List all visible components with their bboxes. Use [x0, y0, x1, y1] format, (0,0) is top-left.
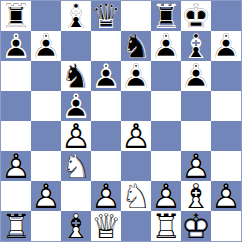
black-pawn-outline-icon: ♙: [31, 29, 61, 63]
square-h7[interactable]: ♟♙: [211, 31, 241, 61]
square-g4[interactable]: [181, 121, 211, 151]
white-queen-outline-icon: ♕: [91, 209, 121, 242]
square-e8[interactable]: [121, 1, 151, 31]
black-rook-piece: ♜: [151, 0, 181, 33]
square-a1[interactable]: ♜♖: [1, 211, 31, 241]
square-c4[interactable]: ♟♙: [61, 121, 91, 151]
white-rook-piece: ♜: [151, 209, 181, 242]
white-king-outline-icon: ♔: [181, 209, 211, 242]
black-knight-piece: ♞: [61, 59, 91, 93]
white-pawn-piece: ♟: [1, 149, 31, 183]
square-f5[interactable]: [151, 91, 181, 121]
square-g6[interactable]: ♟♙: [181, 61, 211, 91]
square-h3[interactable]: [211, 151, 241, 181]
square-c3[interactable]: ♞♘: [61, 151, 91, 181]
square-b3[interactable]: [31, 151, 61, 181]
black-pawn-piece: ♟: [31, 29, 61, 63]
white-pawn-piece: ♟: [151, 179, 181, 213]
white-pawn-piece: ♟: [91, 179, 121, 213]
black-bishop-outline-icon: ♗: [181, 29, 211, 63]
black-pawn-piece: ♟: [211, 29, 241, 63]
white-rook-outline-icon: ♖: [151, 209, 181, 242]
square-h2[interactable]: ♟♙: [211, 181, 241, 211]
white-knight-outline-icon: ♘: [121, 179, 151, 213]
square-d7[interactable]: [91, 31, 121, 61]
square-g2[interactable]: ♝♗: [181, 181, 211, 211]
black-bishop-piece: ♝: [61, 0, 91, 33]
square-d1[interactable]: ♛♕: [91, 211, 121, 241]
black-pawn-outline-icon: ♙: [151, 29, 181, 63]
square-b8[interactable]: [31, 1, 61, 31]
square-c5[interactable]: ♟♙: [61, 91, 91, 121]
square-e3[interactable]: [121, 151, 151, 181]
black-pawn-outline-icon: ♙: [121, 59, 151, 93]
square-f6[interactable]: [151, 61, 181, 91]
square-b1[interactable]: [31, 211, 61, 241]
black-rook-piece: ♜: [1, 0, 31, 33]
square-h6[interactable]: [211, 61, 241, 91]
square-e1[interactable]: [121, 211, 151, 241]
black-king-outline-icon: ♔: [181, 0, 211, 33]
square-c7[interactable]: [61, 31, 91, 61]
black-pawn-outline-icon: ♙: [1, 29, 31, 63]
square-d2[interactable]: ♟♙: [91, 181, 121, 211]
square-f8[interactable]: ♜♖: [151, 1, 181, 31]
white-queen-piece: ♛: [91, 209, 121, 242]
square-h4[interactable]: [211, 121, 241, 151]
black-knight-outline-icon: ♘: [61, 59, 91, 93]
square-d8[interactable]: ♛♕: [91, 1, 121, 31]
black-pawn-piece: ♟: [121, 59, 151, 93]
square-d6[interactable]: ♟♙: [91, 61, 121, 91]
square-a8[interactable]: ♜♖: [1, 1, 31, 31]
square-a3[interactable]: ♟♙: [1, 151, 31, 181]
white-knight-piece: ♞: [121, 179, 151, 213]
white-pawn-outline-icon: ♙: [1, 149, 31, 183]
square-a2[interactable]: [1, 181, 31, 211]
square-c2[interactable]: [61, 181, 91, 211]
black-king-piece: ♚: [181, 0, 211, 33]
square-c1[interactable]: ♝♗: [61, 211, 91, 241]
square-f3[interactable]: [151, 151, 181, 181]
black-pawn-outline-icon: ♙: [91, 59, 121, 93]
square-f7[interactable]: ♟♙: [151, 31, 181, 61]
white-bishop-outline-icon: ♗: [61, 209, 91, 242]
square-f4[interactable]: [151, 121, 181, 151]
white-pawn-outline-icon: ♙: [211, 179, 241, 213]
white-bishop-piece: ♝: [181, 179, 211, 213]
white-king-piece: ♚: [181, 209, 211, 242]
black-pawn-piece: ♟: [151, 29, 181, 63]
square-f1[interactable]: ♜♖: [151, 211, 181, 241]
square-d5[interactable]: [91, 91, 121, 121]
square-h5[interactable]: [211, 91, 241, 121]
square-g5[interactable]: [181, 91, 211, 121]
white-bishop-piece: ♝: [61, 209, 91, 242]
square-f2[interactable]: ♟♙: [151, 181, 181, 211]
white-pawn-outline-icon: ♙: [121, 119, 151, 153]
square-a4[interactable]: [1, 121, 31, 151]
white-pawn-piece: ♟: [211, 179, 241, 213]
square-g8[interactable]: ♚♔: [181, 1, 211, 31]
square-e5[interactable]: [121, 91, 151, 121]
square-a7[interactable]: ♟♙: [1, 31, 31, 61]
black-rook-outline-icon: ♖: [1, 0, 31, 33]
black-bishop-piece: ♝: [181, 29, 211, 63]
square-b7[interactable]: ♟♙: [31, 31, 61, 61]
square-b4[interactable]: [31, 121, 61, 151]
square-e2[interactable]: ♞♘: [121, 181, 151, 211]
square-b2[interactable]: ♟♙: [31, 181, 61, 211]
square-c8[interactable]: ♝♗: [61, 1, 91, 31]
black-rook-outline-icon: ♖: [151, 0, 181, 33]
white-pawn-piece: ♟: [181, 149, 211, 183]
black-pawn-outline-icon: ♙: [181, 59, 211, 93]
chess-board: ♜♖♝♗♛♕♜♖♚♔♟♙♟♙♞♘♟♙♝♗♟♙♞♘♟♙♟♙♟♙♟♙♟♙♟♙♟♙♞♘…: [0, 0, 242, 242]
black-pawn-piece: ♟: [91, 59, 121, 93]
black-pawn-piece: ♟: [61, 89, 91, 123]
black-knight-piece: ♞: [121, 29, 151, 63]
white-pawn-piece: ♟: [61, 119, 91, 153]
black-pawn-outline-icon: ♙: [61, 89, 91, 123]
square-e7[interactable]: ♞♘: [121, 31, 151, 61]
black-queen-piece: ♛: [91, 0, 121, 33]
square-a5[interactable]: [1, 91, 31, 121]
white-pawn-outline-icon: ♙: [151, 179, 181, 213]
square-b5[interactable]: [31, 91, 61, 121]
square-d3[interactable]: [91, 151, 121, 181]
white-bishop-outline-icon: ♗: [181, 179, 211, 213]
white-rook-piece: ♜: [1, 209, 31, 242]
black-knight-outline-icon: ♘: [121, 29, 151, 63]
square-a6[interactable]: [1, 61, 31, 91]
square-c6[interactable]: ♞♘: [61, 61, 91, 91]
black-pawn-outline-icon: ♙: [211, 29, 241, 63]
square-e6[interactable]: ♟♙: [121, 61, 151, 91]
square-h8[interactable]: [211, 1, 241, 31]
white-knight-outline-icon: ♘: [61, 149, 91, 183]
white-knight-piece: ♞: [61, 149, 91, 183]
white-pawn-outline-icon: ♙: [31, 179, 61, 213]
square-d4[interactable]: [91, 121, 121, 151]
black-pawn-piece: ♟: [181, 59, 211, 93]
white-pawn-outline-icon: ♙: [91, 179, 121, 213]
square-e4[interactable]: ♟♙: [121, 121, 151, 151]
white-pawn-piece: ♟: [121, 119, 151, 153]
white-pawn-outline-icon: ♙: [181, 149, 211, 183]
black-pawn-piece: ♟: [1, 29, 31, 63]
white-pawn-outline-icon: ♙: [61, 119, 91, 153]
square-g3[interactable]: ♟♙: [181, 151, 211, 181]
black-bishop-outline-icon: ♗: [61, 0, 91, 33]
black-queen-outline-icon: ♕: [91, 0, 121, 33]
square-h1[interactable]: [211, 211, 241, 241]
white-pawn-piece: ♟: [31, 179, 61, 213]
square-g1[interactable]: ♚♔: [181, 211, 211, 241]
square-b6[interactable]: [31, 61, 61, 91]
white-rook-outline-icon: ♖: [1, 209, 31, 242]
square-g7[interactable]: ♝♗: [181, 31, 211, 61]
